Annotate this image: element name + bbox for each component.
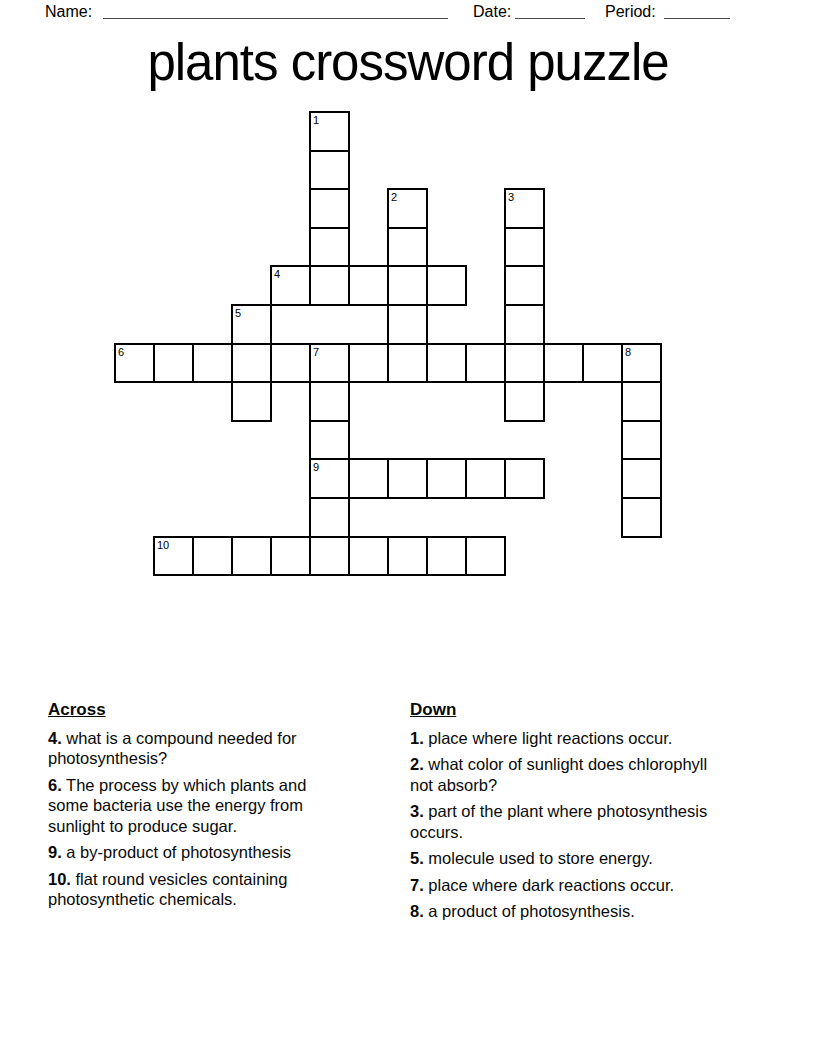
- grid-cell[interactable]: [621, 420, 662, 461]
- grid-cell[interactable]: [504, 343, 545, 384]
- name-label: Name:: [45, 3, 92, 21]
- clue-down-2: 2. what color of sunlight does chlorophy…: [410, 754, 712, 795]
- down-clue-list: 1. place where light reactions occur.2. …: [410, 728, 712, 922]
- clue-across-10: 10. flat round vesicles containing photo…: [48, 869, 340, 910]
- clue-number: 8: [623, 345, 660, 358]
- grid-cell[interactable]: 2: [387, 188, 428, 229]
- grid-cell[interactable]: 6: [114, 343, 155, 384]
- clue-number: 2: [389, 190, 426, 203]
- grid-cell[interactable]: [504, 265, 545, 306]
- grid-cell[interactable]: [582, 343, 623, 384]
- grid-cell[interactable]: [348, 458, 389, 499]
- clue-down-5: 5. molecule used to store energy.: [410, 848, 712, 869]
- clue-number: 4: [272, 267, 309, 280]
- grid-cell[interactable]: [348, 343, 389, 384]
- clue-across-6: 6. The process by which plants and some …: [48, 775, 340, 837]
- name-blank-line[interactable]: [103, 1, 448, 19]
- grid-cell[interactable]: [309, 497, 350, 538]
- grid-cell[interactable]: [270, 536, 311, 577]
- clue-down-7: 7. place where dark reactions occur.: [410, 875, 712, 896]
- clue-number-label: 3.: [410, 802, 424, 820]
- grid-cell[interactable]: [231, 343, 272, 384]
- clue-across-4: 4. what is a compound needed for photosy…: [48, 728, 340, 769]
- clue-number: 5: [233, 306, 270, 319]
- grid-cell[interactable]: [387, 304, 428, 345]
- grid-cell[interactable]: [348, 536, 389, 577]
- grid-cell[interactable]: [426, 343, 467, 384]
- grid-cell[interactable]: [387, 536, 428, 577]
- clue-number-label: 6.: [48, 776, 62, 794]
- grid-cell[interactable]: [192, 536, 233, 577]
- clue-number-label: 10.: [48, 870, 71, 888]
- date-blank-line[interactable]: [515, 1, 585, 19]
- page-title: plants crossword puzzle: [0, 33, 816, 92]
- grid-cell[interactable]: [192, 343, 233, 384]
- grid-cell[interactable]: [465, 458, 506, 499]
- clue-number: 1: [311, 113, 348, 126]
- grid-cell[interactable]: [465, 536, 506, 577]
- period-blank-line[interactable]: [664, 1, 730, 19]
- clue-down-3: 3. part of the plant where photosynthesi…: [410, 801, 712, 842]
- grid-cell[interactable]: 3: [504, 188, 545, 229]
- grid-cell[interactable]: 10: [153, 536, 194, 577]
- grid-cell[interactable]: [387, 227, 428, 268]
- grid-cell[interactable]: [621, 497, 662, 538]
- period-label: Period:: [605, 3, 656, 21]
- clue-number-label: 7.: [410, 876, 424, 894]
- grid-cell[interactable]: [504, 227, 545, 268]
- grid-cell[interactable]: [309, 227, 350, 268]
- clue-number: 7: [311, 345, 348, 358]
- grid-cell[interactable]: [387, 458, 428, 499]
- grid-cell[interactable]: [387, 343, 428, 384]
- grid-cell[interactable]: [309, 536, 350, 577]
- grid-cell[interactable]: [153, 343, 194, 384]
- worksheet-page: Name: Date: Period: plants crossword puz…: [0, 0, 816, 1056]
- clue-number: 9: [311, 460, 348, 473]
- grid-cell[interactable]: 7: [309, 343, 350, 384]
- clues-across-section: Across 4. what is a compound needed for …: [48, 700, 340, 916]
- clue-number-label: 9.: [48, 843, 62, 861]
- clue-number-label: 2.: [410, 755, 424, 773]
- clue-number-label: 1.: [410, 729, 424, 747]
- clues-down-section: Down 1. place where light reactions occu…: [410, 700, 712, 928]
- clue-across-9: 9. a by-product of photosynthesis: [48, 842, 340, 863]
- grid-cell[interactable]: [309, 381, 350, 422]
- grid-cell[interactable]: [504, 304, 545, 345]
- grid-cell[interactable]: 8: [621, 343, 662, 384]
- across-clue-list: 4. what is a compound needed for photosy…: [48, 728, 340, 910]
- clue-number: 10: [155, 538, 192, 551]
- grid-cell[interactable]: [504, 381, 545, 422]
- grid-cell[interactable]: [270, 343, 311, 384]
- clue-number-label: 8.: [410, 902, 424, 920]
- across-heading: Across: [48, 700, 340, 721]
- grid-cell[interactable]: [231, 381, 272, 422]
- grid-cell[interactable]: [465, 343, 506, 384]
- clue-number: 3: [506, 190, 543, 203]
- grid-cell[interactable]: [348, 265, 389, 306]
- clue-number-label: 4.: [48, 729, 62, 747]
- grid-cell[interactable]: 1: [309, 111, 350, 152]
- grid-cell[interactable]: 4: [270, 265, 311, 306]
- grid-cell[interactable]: [426, 458, 467, 499]
- grid-cell[interactable]: 5: [231, 304, 272, 345]
- grid-cell[interactable]: 9: [309, 458, 350, 499]
- grid-cell[interactable]: [621, 381, 662, 422]
- grid-cell[interactable]: [426, 265, 467, 306]
- grid-cell[interactable]: [309, 150, 350, 191]
- clue-number: 6: [116, 345, 153, 358]
- date-label: Date:: [473, 3, 511, 21]
- grid-cell[interactable]: [387, 265, 428, 306]
- grid-cell[interactable]: [621, 458, 662, 499]
- clue-number-label: 5.: [410, 849, 424, 867]
- grid-cell[interactable]: [426, 536, 467, 577]
- grid-cell[interactable]: [309, 188, 350, 229]
- clue-down-8: 8. a product of photosynthesis.: [410, 901, 712, 922]
- grid-cell[interactable]: [504, 458, 545, 499]
- grid-cell[interactable]: [309, 420, 350, 461]
- crossword-grid: 12345678910: [114, 111, 663, 577]
- grid-cell[interactable]: [543, 343, 584, 384]
- down-heading: Down: [410, 700, 712, 721]
- grid-cell[interactable]: [309, 265, 350, 306]
- clue-down-1: 1. place where light reactions occur.: [410, 728, 712, 749]
- grid-cell[interactable]: [231, 536, 272, 577]
